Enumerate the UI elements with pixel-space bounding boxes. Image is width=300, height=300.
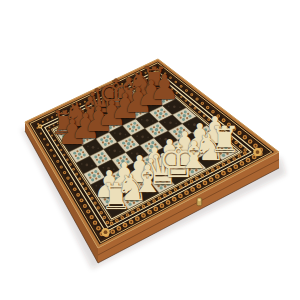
square-mosaic-dot: [150, 128, 153, 131]
square-mosaic-dot: [125, 134, 127, 136]
border-rosette-core: [107, 222, 109, 224]
square-mosaic-dot: [184, 111, 187, 114]
border-rosette-core: [40, 133, 41, 134]
border-rosette-core: [241, 162, 243, 164]
border-rosette-core: [130, 221, 132, 223]
border-rosette-core: [194, 108, 195, 109]
border-rosette-core: [74, 188, 76, 190]
border-rosette-core: [112, 231, 114, 233]
square-mosaic-dot: [156, 125, 159, 128]
square-mosaic-dot: [109, 149, 111, 151]
border-rosette-core: [253, 156, 255, 158]
square-mosaic-dot: [102, 160, 104, 162]
square-mosaic-dot: [113, 150, 116, 153]
border-rosette-core: [229, 169, 231, 171]
border-rosette-core: [254, 145, 256, 147]
square-mosaic-dot: [147, 137, 149, 139]
square-mosaic-dot: [77, 157, 80, 160]
border-rosette-core: [222, 172, 224, 174]
square-mosaic-dot: [80, 156, 82, 158]
square-mosaic-dot: [98, 154, 100, 156]
border-rosette-core: [173, 198, 175, 200]
border-rosette-core: [204, 182, 206, 184]
border-rosette-core: [82, 183, 83, 184]
square-mosaic-dot: [122, 142, 125, 145]
latch-knob: [198, 199, 201, 202]
border-rosette-core: [247, 159, 249, 161]
border-rosette-core: [190, 104, 191, 105]
border-rosette-core: [210, 179, 212, 181]
square-mosaic-dot: [136, 135, 138, 137]
chess-set-photo: ♜♞♝♛♚♝♞♜♟♟♟♟♟♟♟♟♟♟♟♟♟♟♟♟♜♞♝♛♚♝♞♜: [0, 0, 300, 300]
border-rosette-core: [118, 227, 120, 229]
square-mosaic-dot: [78, 152, 81, 155]
border-rosette-core: [191, 94, 192, 95]
border-rosette-core: [77, 194, 79, 196]
border-rosette-core: [67, 159, 68, 160]
square-mosaic-dot: [108, 142, 110, 144]
border-corner-fan-core: [104, 230, 108, 234]
border-rosette-core: [88, 193, 89, 194]
border-rosette-core: [124, 224, 126, 226]
square-mosaic-dot: [141, 135, 144, 138]
square-mosaic-dot: [187, 113, 189, 115]
square-mosaic-dot: [119, 151, 121, 153]
square-mosaic-dot: [152, 120, 154, 122]
square-mosaic-dot: [128, 138, 131, 141]
border-corner-fan-core: [39, 125, 41, 127]
border-rosette-core: [185, 100, 186, 101]
square-mosaic-dot: [159, 127, 161, 129]
border-rosette-core: [57, 161, 58, 162]
border-rosette-core: [104, 217, 105, 218]
border-rosette-core: [179, 195, 181, 197]
border-corner-fan-core: [256, 150, 260, 154]
border-rosette-core: [73, 169, 74, 170]
piece-white-rook[interactable]: ♜: [209, 122, 241, 158]
border-rosette-core: [97, 207, 98, 208]
border-rosette-core: [228, 161, 230, 163]
border-rosette-core: [235, 166, 237, 168]
square-mosaic-dot: [99, 156, 102, 159]
border-rosette-core: [116, 220, 118, 222]
square-mosaic-dot: [97, 147, 99, 149]
border-rosette-core: [181, 96, 182, 97]
square-mosaic-dot: [89, 177, 91, 179]
square-mosaic-dot: [181, 112, 183, 114]
border-rosette-core: [85, 188, 86, 189]
border-rosette-core: [49, 130, 50, 131]
square-mosaic-dot: [83, 154, 86, 157]
border-rosette-core: [192, 188, 194, 190]
square-mosaic-dot: [102, 141, 104, 143]
border-rosette-core: [70, 164, 71, 165]
border-rosette-core: [186, 192, 188, 194]
border-rosette-core: [87, 211, 89, 213]
square-mosaic-dot: [153, 126, 155, 128]
border-rosette-core: [196, 98, 197, 99]
border-rosette-core: [164, 195, 166, 197]
border-rosette-core: [94, 222, 96, 224]
border-rosette-core: [212, 169, 214, 171]
border-rosette-core: [76, 174, 77, 175]
square-mosaic-dot: [129, 128, 131, 130]
square-mosaic-dot: [75, 155, 77, 157]
border-rosette-core: [64, 172, 65, 173]
border-rosette-core: [67, 177, 68, 178]
border-rosette-core: [244, 149, 246, 151]
square-mosaic-dot: [156, 114, 158, 116]
square-mosaic-dot: [94, 156, 97, 159]
border-rosette-core: [37, 128, 38, 129]
border-rosette-core: [47, 144, 48, 145]
square-mosaic-dot: [125, 140, 127, 142]
square-mosaic-dot: [101, 152, 104, 155]
border-rosette-core: [167, 201, 169, 203]
square-mosaic-dot: [127, 142, 130, 145]
square-mosaic-dot: [177, 114, 180, 117]
square-mosaic-dot: [131, 129, 134, 132]
square-mosaic-dot: [92, 146, 95, 149]
square-mosaic-dot: [88, 173, 91, 176]
square-mosaic-dot: [81, 163, 83, 165]
border-rosette-core: [181, 86, 182, 87]
border-rosette-core: [61, 166, 62, 167]
border-rosette-core: [216, 175, 218, 177]
border-rosette-core: [81, 200, 83, 202]
border-rosette-core: [155, 208, 157, 210]
square-mosaic-dot: [104, 143, 107, 146]
border-rosette-core: [50, 150, 51, 151]
border-rosette-core: [47, 119, 48, 120]
piece-black-pawn[interactable]: ♟: [149, 70, 180, 104]
border-rosette-core: [64, 154, 65, 155]
square-mosaic-dot: [105, 139, 108, 142]
border-rosette-core: [148, 203, 150, 205]
square-mosaic-dot: [86, 164, 89, 167]
border-rosette-core: [186, 90, 187, 91]
square-mosaic-dot: [110, 140, 113, 143]
square-mosaic-dot: [162, 115, 164, 117]
square-mosaic-dot: [119, 133, 122, 136]
border-rosette-core: [132, 211, 134, 213]
square-mosaic-dot: [137, 126, 140, 129]
border-rosette-core: [142, 214, 144, 216]
border-rosette-core: [38, 124, 39, 125]
border-rosette-core: [42, 121, 43, 122]
border-rosette-core: [244, 136, 246, 138]
square-mosaic-dot: [131, 141, 133, 143]
border-rosette-core: [136, 218, 138, 220]
border-rosette-core: [71, 183, 72, 184]
border-rosette-core: [202, 103, 203, 104]
square-mosaic-dot: [180, 117, 182, 119]
border-rosette-core: [149, 211, 151, 213]
square-mosaic-dot: [164, 121, 166, 123]
border-rosette-core: [111, 223, 113, 225]
border-rosette-core: [97, 227, 99, 229]
border-rosette-core: [249, 141, 251, 143]
border-rosette-core: [44, 139, 45, 140]
square-mosaic-dot: [132, 143, 135, 146]
border-rosette-core: [91, 216, 93, 218]
square-mosaic-dot: [103, 155, 105, 157]
border-rosette-core: [84, 205, 86, 207]
border-rosette-core: [121, 217, 123, 219]
square-mosaic-dot: [135, 129, 137, 131]
square-mosaic-dot: [158, 116, 161, 119]
border-rosette-core: [54, 155, 55, 156]
border-rosette-core: [244, 153, 246, 155]
square-mosaic-dot: [96, 159, 98, 161]
border-rosette-core: [79, 178, 80, 179]
border-rosette-core: [161, 205, 163, 207]
